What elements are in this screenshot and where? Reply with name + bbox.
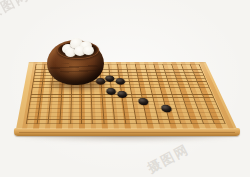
watermark-text: 摄图网 <box>144 140 192 177</box>
black-stone <box>160 105 172 113</box>
photo-scene: 摄图网 摄图网 <box>0 0 250 177</box>
black-stone <box>115 78 125 84</box>
board-side-edge <box>14 128 240 136</box>
black-stone <box>138 98 150 105</box>
black-stone <box>116 91 127 98</box>
white-stones-heap <box>60 37 96 56</box>
white-stone <box>83 46 94 55</box>
